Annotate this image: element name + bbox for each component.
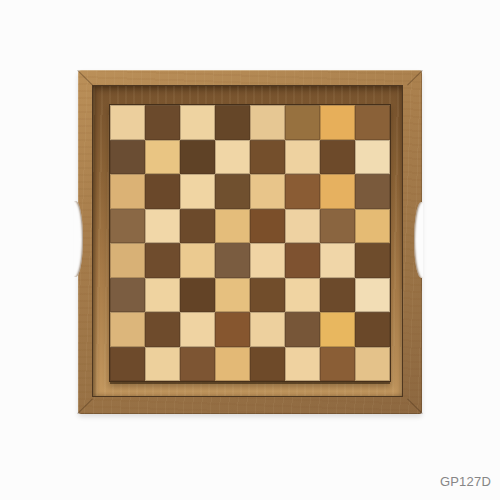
square-g2[interactable]: [320, 312, 355, 347]
product-photo: GP127D: [0, 0, 500, 500]
square-c7[interactable]: [180, 140, 215, 175]
square-a5[interactable]: [110, 209, 145, 244]
square-f2[interactable]: [285, 312, 320, 347]
square-f7[interactable]: [285, 140, 320, 175]
square-f8[interactable]: [285, 105, 320, 140]
square-c1[interactable]: [180, 347, 215, 382]
right-finger-notch: [414, 202, 423, 278]
square-b5[interactable]: [145, 209, 180, 244]
square-d5[interactable]: [215, 209, 250, 244]
square-h6[interactable]: [355, 174, 390, 209]
square-f5[interactable]: [285, 209, 320, 244]
square-g3[interactable]: [320, 278, 355, 313]
square-g8[interactable]: [320, 105, 355, 140]
square-h4[interactable]: [355, 243, 390, 278]
square-d3[interactable]: [215, 278, 250, 313]
square-e5[interactable]: [250, 209, 285, 244]
square-a7[interactable]: [110, 140, 145, 175]
square-a8[interactable]: [110, 105, 145, 140]
square-c5[interactable]: [180, 209, 215, 244]
square-h5[interactable]: [355, 209, 390, 244]
square-e1[interactable]: [250, 347, 285, 382]
square-b2[interactable]: [145, 312, 180, 347]
square-a3[interactable]: [110, 278, 145, 313]
square-a6[interactable]: [110, 174, 145, 209]
square-c4[interactable]: [180, 243, 215, 278]
square-b6[interactable]: [145, 174, 180, 209]
square-f6[interactable]: [285, 174, 320, 209]
square-c6[interactable]: [180, 174, 215, 209]
square-e6[interactable]: [250, 174, 285, 209]
square-f3[interactable]: [285, 278, 320, 313]
square-f4[interactable]: [285, 243, 320, 278]
chess-board: [109, 104, 391, 382]
square-a1[interactable]: [110, 347, 145, 382]
square-g5[interactable]: [320, 209, 355, 244]
square-e2[interactable]: [250, 312, 285, 347]
square-g4[interactable]: [320, 243, 355, 278]
square-a2[interactable]: [110, 312, 145, 347]
square-c3[interactable]: [180, 278, 215, 313]
square-d6[interactable]: [215, 174, 250, 209]
square-e3[interactable]: [250, 278, 285, 313]
square-h7[interactable]: [355, 140, 390, 175]
square-d8[interactable]: [215, 105, 250, 140]
tray-well: [92, 85, 403, 397]
square-d7[interactable]: [215, 140, 250, 175]
square-f1[interactable]: [285, 347, 320, 382]
square-g7[interactable]: [320, 140, 355, 175]
square-c8[interactable]: [180, 105, 215, 140]
square-h1[interactable]: [355, 347, 390, 382]
square-h2[interactable]: [355, 312, 390, 347]
product-code-label: GP127D: [440, 475, 491, 489]
square-d2[interactable]: [215, 312, 250, 347]
square-h8[interactable]: [355, 105, 390, 140]
square-g1[interactable]: [320, 347, 355, 382]
square-b1[interactable]: [145, 347, 180, 382]
square-e8[interactable]: [250, 105, 285, 140]
square-d1[interactable]: [215, 347, 250, 382]
wooden-tray: [78, 70, 422, 414]
square-b3[interactable]: [145, 278, 180, 313]
square-d4[interactable]: [215, 243, 250, 278]
square-b8[interactable]: [145, 105, 180, 140]
square-g6[interactable]: [320, 174, 355, 209]
square-e7[interactable]: [250, 140, 285, 175]
square-h3[interactable]: [355, 278, 390, 313]
square-b4[interactable]: [145, 243, 180, 278]
square-a4[interactable]: [110, 243, 145, 278]
square-c2[interactable]: [180, 312, 215, 347]
square-b7[interactable]: [145, 140, 180, 175]
square-e4[interactable]: [250, 243, 285, 278]
